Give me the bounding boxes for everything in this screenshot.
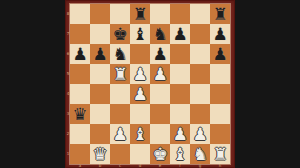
square-g1[interactable]: ♞ — [190, 144, 210, 164]
square-g8[interactable] — [190, 4, 210, 24]
file-label-f: f — [178, 164, 182, 168]
rank-label-2: 2 — [66, 132, 70, 136]
square-f5[interactable] — [170, 64, 190, 84]
piece-black-knight[interactable]: ♞ — [152, 24, 167, 44]
square-a2[interactable] — [70, 124, 90, 144]
square-a6[interactable]: ♟ — [70, 44, 90, 64]
rank-label-4: 4 — [66, 92, 70, 96]
square-h8[interactable]: ♜ — [210, 4, 230, 24]
square-b4[interactable] — [90, 84, 110, 104]
chess-board[interactable]: ♜♜♚♝♞♟♟♟♟♞♟♟♜♟♟♟♛♟♝♟♟♛♚♝♞♜ — [70, 4, 230, 164]
square-f3[interactable] — [170, 104, 190, 124]
piece-black-pawn[interactable]: ♟ — [72, 44, 87, 64]
piece-black-queen[interactable]: ♛ — [72, 104, 87, 124]
piece-black-knight[interactable]: ♞ — [112, 44, 127, 64]
square-e5[interactable]: ♟ — [150, 64, 170, 84]
square-a4[interactable] — [70, 84, 90, 104]
square-e1[interactable]: ♚ — [150, 144, 170, 164]
rank-label-1: 1 — [66, 152, 70, 156]
piece-white-king[interactable]: ♚ — [152, 144, 167, 164]
square-c4[interactable] — [110, 84, 130, 104]
square-c3[interactable] — [110, 104, 130, 124]
piece-white-pawn[interactable]: ♟ — [132, 84, 147, 104]
square-h2[interactable] — [210, 124, 230, 144]
file-label-a: a — [78, 164, 82, 168]
square-h7[interactable]: ♟ — [210, 24, 230, 44]
square-g4[interactable] — [190, 84, 210, 104]
piece-black-pawn[interactable]: ♟ — [172, 24, 187, 44]
square-g6[interactable] — [190, 44, 210, 64]
file-label-d: d — [138, 164, 142, 168]
rank-label-5: 5 — [66, 72, 70, 76]
file-label-b: b — [98, 164, 102, 168]
piece-white-pawn[interactable]: ♟ — [132, 64, 147, 84]
file-label-c: c — [118, 164, 122, 168]
square-e6[interactable]: ♟ — [150, 44, 170, 64]
piece-black-pawn[interactable]: ♟ — [92, 44, 107, 64]
square-d1[interactable] — [130, 144, 150, 164]
piece-white-pawn[interactable]: ♟ — [172, 124, 187, 144]
square-g3[interactable] — [190, 104, 210, 124]
piece-white-pawn[interactable]: ♟ — [192, 124, 207, 144]
piece-black-rook[interactable]: ♜ — [212, 4, 227, 24]
square-f4[interactable] — [170, 84, 190, 104]
square-g5[interactable] — [190, 64, 210, 84]
square-g2[interactable]: ♟ — [190, 124, 210, 144]
file-label-h: h — [218, 164, 222, 168]
square-f1[interactable]: ♝ — [170, 144, 190, 164]
square-a1[interactable] — [70, 144, 90, 164]
square-b2[interactable] — [90, 124, 110, 144]
square-d3[interactable] — [130, 104, 150, 124]
square-a7[interactable] — [70, 24, 90, 44]
square-d8[interactable]: ♜ — [130, 4, 150, 24]
piece-white-rook[interactable]: ♜ — [212, 144, 227, 164]
piece-white-bishop[interactable]: ♝ — [132, 124, 147, 144]
square-e4[interactable] — [150, 84, 170, 104]
rank-label-3: 3 — [66, 112, 70, 116]
square-d2[interactable]: ♝ — [130, 124, 150, 144]
piece-white-pawn[interactable]: ♟ — [152, 64, 167, 84]
rank-label-8: 8 — [66, 12, 70, 16]
square-b1[interactable]: ♛ — [90, 144, 110, 164]
square-h1[interactable]: ♜ — [210, 144, 230, 164]
square-e8[interactable] — [150, 4, 170, 24]
square-h3[interactable] — [210, 104, 230, 124]
square-b5[interactable] — [90, 64, 110, 84]
square-b6[interactable]: ♟ — [90, 44, 110, 64]
square-e7[interactable]: ♞ — [150, 24, 170, 44]
piece-white-pawn[interactable]: ♟ — [112, 124, 127, 144]
square-d5[interactable]: ♟ — [130, 64, 150, 84]
board-frame: ♜♜♚♝♞♟♟♟♟♞♟♟♜♟♟♟♛♟♝♟♟♛♚♝♞♜ 87654321abcde… — [65, 0, 235, 168]
square-a8[interactable] — [70, 4, 90, 24]
square-g7[interactable] — [190, 24, 210, 44]
square-b8[interactable] — [90, 4, 110, 24]
square-d4[interactable]: ♟ — [130, 84, 150, 104]
square-d7[interactable]: ♝ — [130, 24, 150, 44]
file-label-e: e — [158, 164, 162, 168]
square-h6[interactable]: ♟ — [210, 44, 230, 64]
square-f8[interactable] — [170, 4, 190, 24]
piece-black-rook[interactable]: ♜ — [132, 4, 147, 24]
square-c2[interactable]: ♟ — [110, 124, 130, 144]
square-e3[interactable] — [150, 104, 170, 124]
square-f7[interactable]: ♟ — [170, 24, 190, 44]
piece-black-pawn[interactable]: ♟ — [212, 44, 227, 64]
square-f6[interactable] — [170, 44, 190, 64]
piece-black-bishop[interactable]: ♝ — [132, 24, 147, 44]
piece-black-pawn[interactable]: ♟ — [212, 24, 227, 44]
square-f2[interactable]: ♟ — [170, 124, 190, 144]
piece-black-pawn[interactable]: ♟ — [152, 44, 167, 64]
square-c1[interactable] — [110, 144, 130, 164]
square-a3[interactable]: ♛ — [70, 104, 90, 124]
rank-label-6: 6 — [66, 52, 70, 56]
square-b3[interactable] — [90, 104, 110, 124]
square-h4[interactable] — [210, 84, 230, 104]
piece-white-rook[interactable]: ♜ — [112, 64, 127, 84]
square-c5[interactable]: ♜ — [110, 64, 130, 84]
square-d6[interactable] — [130, 44, 150, 64]
piece-white-bishop[interactable]: ♝ — [172, 144, 187, 164]
square-c6[interactable]: ♞ — [110, 44, 130, 64]
square-e2[interactable] — [150, 124, 170, 144]
square-c8[interactable] — [110, 4, 130, 24]
square-b7[interactable] — [90, 24, 110, 44]
piece-white-knight[interactable]: ♞ — [192, 144, 207, 164]
piece-black-king[interactable]: ♚ — [112, 24, 127, 44]
square-a5[interactable] — [70, 64, 90, 84]
square-h5[interactable] — [210, 64, 230, 84]
background: ♜♜♚♝♞♟♟♟♟♞♟♟♜♟♟♟♛♟♝♟♟♛♚♝♞♜ 87654321abcde… — [0, 0, 300, 168]
piece-white-queen[interactable]: ♛ — [92, 144, 107, 164]
square-c7[interactable]: ♚ — [110, 24, 130, 44]
file-label-g: g — [198, 164, 202, 168]
rank-label-7: 7 — [66, 32, 70, 36]
